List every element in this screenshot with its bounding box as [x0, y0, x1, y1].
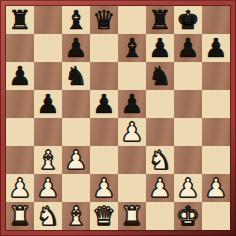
square-f5[interactable]	[146, 90, 174, 118]
piece-black-pawn[interactable]: ♟	[8, 62, 31, 90]
square-h3[interactable]	[202, 146, 230, 174]
square-c4[interactable]	[62, 118, 90, 146]
square-a3[interactable]	[6, 146, 34, 174]
piece-white-rook[interactable]: ♜	[120, 202, 143, 230]
square-f3[interactable]: ♞	[146, 146, 174, 174]
board-frame: ♜♝♛♜♚♟♝♟♟♟♟♞♞♟♟♟♟♝♟♞♟♟♟♟♟♟♜♞♝♛♜♚	[0, 0, 236, 236]
piece-black-pawn[interactable]: ♟	[64, 34, 87, 62]
piece-black-pawn[interactable]: ♟	[92, 90, 115, 118]
piece-white-pawn[interactable]: ♟	[204, 174, 227, 202]
piece-black-knight[interactable]: ♞	[148, 62, 171, 90]
square-b4[interactable]	[34, 118, 62, 146]
piece-white-pawn[interactable]: ♟	[64, 146, 87, 174]
square-f6[interactable]: ♞	[146, 62, 174, 90]
square-b2[interactable]: ♟	[34, 174, 62, 202]
piece-black-bishop[interactable]: ♝	[120, 34, 143, 62]
square-c8[interactable]: ♝	[62, 6, 90, 34]
piece-black-knight[interactable]: ♞	[64, 62, 87, 90]
square-a2[interactable]: ♟	[6, 174, 34, 202]
square-h4[interactable]	[202, 118, 230, 146]
square-a5[interactable]	[6, 90, 34, 118]
piece-black-bishop[interactable]: ♝	[64, 6, 87, 34]
square-h1[interactable]	[202, 202, 230, 230]
square-f8[interactable]: ♜	[146, 6, 174, 34]
square-h7[interactable]: ♟	[202, 34, 230, 62]
piece-black-rook[interactable]: ♜	[8, 6, 31, 34]
square-g8[interactable]: ♚	[174, 6, 202, 34]
square-d3[interactable]	[90, 146, 118, 174]
square-f1[interactable]	[146, 202, 174, 230]
square-a7[interactable]	[6, 34, 34, 62]
square-b1[interactable]: ♞	[34, 202, 62, 230]
piece-white-rook[interactable]: ♜	[8, 202, 31, 230]
square-g7[interactable]: ♟	[174, 34, 202, 62]
square-a8[interactable]: ♜	[6, 6, 34, 34]
piece-white-bishop[interactable]: ♝	[64, 202, 87, 230]
piece-white-pawn[interactable]: ♟	[120, 118, 143, 146]
square-b6[interactable]	[34, 62, 62, 90]
piece-white-bishop[interactable]: ♝	[36, 146, 59, 174]
square-g3[interactable]	[174, 146, 202, 174]
piece-black-king[interactable]: ♚	[176, 6, 199, 34]
square-e5[interactable]: ♟	[118, 90, 146, 118]
square-b3[interactable]: ♝	[34, 146, 62, 174]
square-f2[interactable]: ♟	[146, 174, 174, 202]
square-g6[interactable]	[174, 62, 202, 90]
square-a6[interactable]: ♟	[6, 62, 34, 90]
square-g2[interactable]: ♟	[174, 174, 202, 202]
square-d1[interactable]: ♛	[90, 202, 118, 230]
square-f7[interactable]: ♟	[146, 34, 174, 62]
square-g4[interactable]	[174, 118, 202, 146]
square-e8[interactable]	[118, 6, 146, 34]
square-d2[interactable]: ♟	[90, 174, 118, 202]
square-e6[interactable]	[118, 62, 146, 90]
piece-white-pawn[interactable]: ♟	[8, 174, 31, 202]
square-h2[interactable]: ♟	[202, 174, 230, 202]
piece-black-pawn[interactable]: ♟	[36, 90, 59, 118]
piece-black-queen[interactable]: ♛	[92, 6, 115, 34]
square-c7[interactable]: ♟	[62, 34, 90, 62]
square-a1[interactable]: ♜	[6, 202, 34, 230]
square-e7[interactable]: ♝	[118, 34, 146, 62]
piece-black-rook[interactable]: ♜	[148, 6, 171, 34]
square-b8[interactable]	[34, 6, 62, 34]
square-g1[interactable]: ♚	[174, 202, 202, 230]
piece-white-knight[interactable]: ♞	[36, 202, 59, 230]
square-f4[interactable]	[146, 118, 174, 146]
square-d6[interactable]	[90, 62, 118, 90]
piece-white-pawn[interactable]: ♟	[92, 174, 115, 202]
square-h5[interactable]	[202, 90, 230, 118]
piece-white-knight[interactable]: ♞	[148, 146, 171, 174]
piece-white-pawn[interactable]: ♟	[36, 174, 59, 202]
square-c2[interactable]	[62, 174, 90, 202]
square-c3[interactable]: ♟	[62, 146, 90, 174]
piece-black-pawn[interactable]: ♟	[204, 34, 227, 62]
piece-white-queen[interactable]: ♛	[92, 202, 115, 230]
piece-black-pawn[interactable]: ♟	[176, 34, 199, 62]
square-e2[interactable]	[118, 174, 146, 202]
piece-white-pawn[interactable]: ♟	[176, 174, 199, 202]
chess-board: ♜♝♛♜♚♟♝♟♟♟♟♞♞♟♟♟♟♝♟♞♟♟♟♟♟♟♜♞♝♛♜♚	[6, 6, 230, 230]
square-e3[interactable]	[118, 146, 146, 174]
square-d7[interactable]	[90, 34, 118, 62]
piece-white-pawn[interactable]: ♟	[148, 174, 171, 202]
square-h6[interactable]	[202, 62, 230, 90]
square-d8[interactable]: ♛	[90, 6, 118, 34]
square-b5[interactable]: ♟	[34, 90, 62, 118]
square-d5[interactable]: ♟	[90, 90, 118, 118]
square-g5[interactable]	[174, 90, 202, 118]
square-a4[interactable]	[6, 118, 34, 146]
square-d4[interactable]	[90, 118, 118, 146]
square-e1[interactable]: ♜	[118, 202, 146, 230]
square-c1[interactable]: ♝	[62, 202, 90, 230]
square-c5[interactable]	[62, 90, 90, 118]
square-c6[interactable]: ♞	[62, 62, 90, 90]
square-h8[interactable]	[202, 6, 230, 34]
piece-black-pawn[interactable]: ♟	[120, 90, 143, 118]
square-e4[interactable]: ♟	[118, 118, 146, 146]
square-b7[interactable]	[34, 34, 62, 62]
piece-black-pawn[interactable]: ♟	[148, 34, 171, 62]
piece-white-king[interactable]: ♚	[176, 202, 199, 230]
